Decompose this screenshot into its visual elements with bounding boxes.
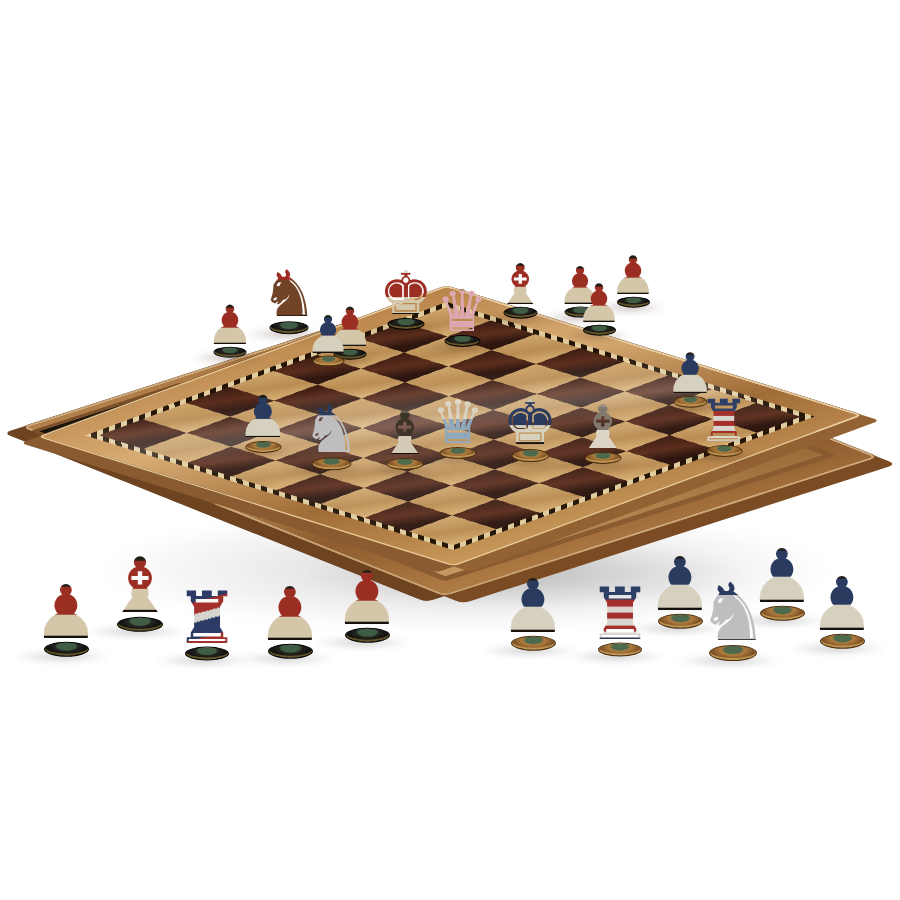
british-pawn-icon: ♟ — [33, 577, 99, 647]
piece-british-queen[interactable]: ♛ — [432, 284, 493, 347]
piece-american-bishop[interactable]: ♝ — [374, 405, 437, 470]
british-pawn-icon: ♟ — [206, 300, 254, 351]
british-pawn-icon: ♟ — [575, 279, 623, 329]
american-king-icon: ♚ — [502, 394, 558, 453]
piece-american-bishop[interactable]: ♝ — [572, 399, 635, 464]
british-queen-icon: ♛ — [436, 284, 488, 339]
piece-british-pawn[interactable]: ♟ — [571, 279, 627, 336]
piece-british-bishop[interactable]: ♝ — [100, 550, 180, 632]
piece-american-rook[interactable]: ♜ — [694, 394, 755, 457]
chess-set-product-photo: ♟♟♝♚♞♟♛♟♟♟♟♟♜♛♚♝♞♝♟♟♝♟♟♟♟♜♟♜♞ — [0, 0, 900, 900]
piece-american-king[interactable]: ♚ — [498, 394, 563, 462]
american-pawn-icon: ♟ — [305, 311, 352, 360]
piece-american-knight[interactable]: ♞ — [297, 399, 366, 470]
piece-british-rook[interactable]: ♜ — [169, 584, 245, 661]
british-bishop-icon: ♝ — [106, 550, 174, 622]
american-bishop-icon: ♝ — [378, 405, 432, 462]
piece-american-pawn[interactable]: ♟ — [494, 571, 572, 651]
piece-british-pawn[interactable]: ♟ — [27, 577, 105, 657]
piece-american-pawn[interactable]: ♟ — [301, 311, 356, 367]
american-pawn-icon: ♟ — [809, 569, 875, 639]
british-king-icon: ♚ — [379, 265, 433, 322]
american-pawn-icon: ♟ — [500, 571, 566, 641]
american-rook-icon: ♜ — [588, 580, 653, 648]
british-rook-icon: ♜ — [175, 584, 240, 652]
american-knight-icon: ♞ — [697, 575, 769, 651]
british-bishop-icon: ♝ — [495, 258, 545, 311]
american-bishop-icon: ♝ — [576, 399, 630, 456]
piece-american-rook[interactable]: ♜ — [582, 580, 658, 657]
british-pawn-icon: ♟ — [257, 579, 323, 649]
american-rook-icon: ♜ — [698, 394, 750, 449]
british-pawn-icon: ♟ — [334, 563, 400, 633]
piece-american-pawn[interactable]: ♟ — [233, 390, 294, 453]
american-pawn-icon: ♟ — [237, 390, 289, 445]
american-knight-icon: ♞ — [301, 399, 360, 462]
piece-american-knight[interactable]: ♞ — [691, 575, 775, 661]
piece-british-pawn[interactable]: ♟ — [251, 579, 329, 659]
piece-british-king[interactable]: ♚ — [375, 265, 438, 330]
piece-british-pawn[interactable]: ♟ — [328, 563, 406, 643]
american-queen-icon: ♛ — [431, 394, 485, 451]
piece-american-pawn[interactable]: ♟ — [803, 569, 881, 649]
piece-british-pawn[interactable]: ♟ — [202, 300, 259, 358]
piece-british-bishop[interactable]: ♝ — [491, 258, 550, 319]
